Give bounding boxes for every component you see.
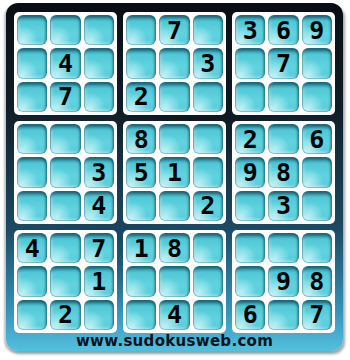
box-r1c1: 47 [14,12,117,115]
cell-r8c4[interactable] [126,266,156,296]
cell-r7c8[interactable] [268,233,298,263]
cell-r1c9[interactable]: 9 [302,15,332,45]
cell-r2c4[interactable] [126,48,156,78]
cell-r1c5[interactable]: 7 [159,15,189,45]
cell-r8c3[interactable]: 1 [84,266,114,296]
cell-r2c8[interactable]: 7 [268,48,298,78]
cell-r7c5[interactable]: 8 [159,233,189,263]
cell-r8c6[interactable] [193,266,223,296]
box-r3c1: 4712 [14,230,117,333]
cell-r3c7[interactable] [235,82,265,112]
cell-r3c9[interactable] [302,82,332,112]
cell-r3c1[interactable] [17,82,47,112]
cell-r2c7[interactable] [235,48,265,78]
cell-r4c9[interactable]: 6 [302,124,332,154]
cell-r5c1[interactable] [17,157,47,187]
cell-r6c1[interactable] [17,191,47,221]
cell-r6c8[interactable]: 3 [268,191,298,221]
cell-r7c7[interactable] [235,233,265,263]
cell-r9c5[interactable]: 4 [159,300,189,330]
cell-r7c9[interactable] [302,233,332,263]
cell-r4c7[interactable]: 2 [235,124,265,154]
cell-r1c8[interactable]: 6 [268,15,298,45]
box-r2c3: 26983 [232,121,335,224]
cell-r5c2[interactable] [50,157,80,187]
cell-r2c6[interactable]: 3 [193,48,223,78]
cell-r7c1[interactable]: 4 [17,233,47,263]
cell-r9c3[interactable] [84,300,114,330]
cell-r6c7[interactable] [235,191,265,221]
cell-r3c4[interactable]: 2 [126,82,156,112]
box-r3c2: 184 [123,230,226,333]
cell-r3c6[interactable] [193,82,223,112]
cell-r6c6[interactable]: 2 [193,191,223,221]
cell-r5c8[interactable]: 8 [268,157,298,187]
cell-r1c6[interactable] [193,15,223,45]
cell-r5c3[interactable]: 3 [84,157,114,187]
box-r1c2: 732 [123,12,226,115]
cell-r3c8[interactable] [268,82,298,112]
cell-r9c7[interactable]: 6 [235,300,265,330]
cell-r6c3[interactable]: 4 [84,191,114,221]
cell-r4c3[interactable] [84,124,114,154]
cell-r1c1[interactable] [17,15,47,45]
cell-r6c5[interactable] [159,191,189,221]
cell-r4c6[interactable] [193,124,223,154]
cell-r7c2[interactable] [50,233,80,263]
site-url[interactable]: www.sudokusweb.com [6,333,343,350]
box-r2c1: 34 [14,121,117,224]
cell-r8c7[interactable] [235,266,265,296]
cell-r2c9[interactable] [302,48,332,78]
cell-r4c1[interactable] [17,124,47,154]
cell-r3c3[interactable] [84,82,114,112]
cell-r8c5[interactable] [159,266,189,296]
cell-r7c6[interactable] [193,233,223,263]
cell-r1c3[interactable] [84,15,114,45]
cell-r3c2[interactable]: 7 [50,82,80,112]
cell-r9c2[interactable]: 2 [50,300,80,330]
cell-r9c4[interactable] [126,300,156,330]
cell-r1c4[interactable] [126,15,156,45]
cell-r9c8[interactable] [268,300,298,330]
sudoku-grid: 4773236973485122698347121849867 [14,12,335,333]
cell-r1c2[interactable] [50,15,80,45]
cell-r8c1[interactable] [17,266,47,296]
box-r3c3: 9867 [232,230,335,333]
cell-r6c2[interactable] [50,191,80,221]
box-r2c2: 8512 [123,121,226,224]
page: 4773236973485122698347121849867 www.sudo… [0,0,350,360]
cell-r2c2[interactable]: 4 [50,48,80,78]
cell-r2c1[interactable] [17,48,47,78]
cell-r5c7[interactable]: 9 [235,157,265,187]
cell-r2c5[interactable] [159,48,189,78]
cell-r1c7[interactable]: 3 [235,15,265,45]
cell-r8c8[interactable]: 9 [268,266,298,296]
board-frame: 4773236973485122698347121849867 www.sudo… [6,3,343,351]
cell-r9c6[interactable] [193,300,223,330]
cell-r4c2[interactable] [50,124,80,154]
cell-r4c8[interactable] [268,124,298,154]
cell-r5c6[interactable] [193,157,223,187]
cell-r6c4[interactable] [126,191,156,221]
cell-r6c9[interactable] [302,191,332,221]
cell-r7c3[interactable]: 7 [84,233,114,263]
box-r1c3: 3697 [232,12,335,115]
cell-r7c4[interactable]: 1 [126,233,156,263]
cell-r8c2[interactable] [50,266,80,296]
cell-r9c9[interactable]: 7 [302,300,332,330]
cell-r5c9[interactable] [302,157,332,187]
cell-r4c4[interactable]: 8 [126,124,156,154]
cell-r2c3[interactable] [84,48,114,78]
cell-r5c4[interactable]: 5 [126,157,156,187]
cell-r4c5[interactable] [159,124,189,154]
cell-r9c1[interactable] [17,300,47,330]
cell-r8c9[interactable]: 8 [302,266,332,296]
cell-r5c5[interactable]: 1 [159,157,189,187]
cell-r3c5[interactable] [159,82,189,112]
